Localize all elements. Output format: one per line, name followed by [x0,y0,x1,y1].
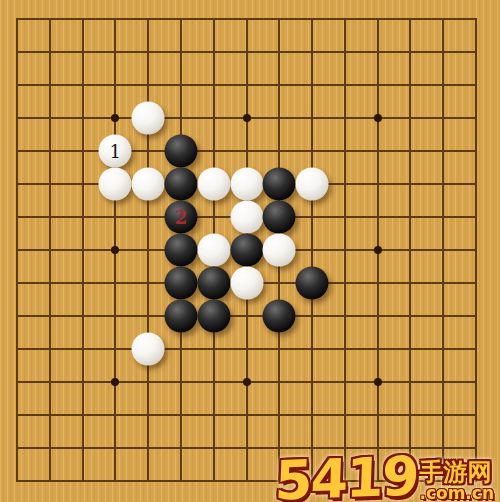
white-stone [132,333,165,366]
grid-line-horizontal [16,348,477,350]
white-stone [230,168,263,201]
star-point [374,246,382,254]
black-stone [197,300,230,333]
star-point [374,114,382,122]
grid-line-horizontal [16,315,477,317]
black-stone [263,201,296,234]
white-stone [99,168,132,201]
black-stone [164,135,197,168]
watermark-site-name: 手游网 [419,460,491,484]
grid-line-vertical [344,18,346,482]
grid-line-vertical [442,18,444,482]
star-point [243,378,251,386]
grid-line-vertical [311,18,313,482]
black-stone [263,300,296,333]
watermark-domain: .com.cn [419,485,494,502]
grid-line-vertical [409,18,411,482]
board-screenshot: 12 5419 手游网 .com.cn [0,0,500,502]
grid-line-horizontal [16,414,477,416]
white-stone [132,102,165,135]
black-stone [164,168,197,201]
black-stone: 2 [164,201,197,234]
star-point [111,378,119,386]
black-stone [263,168,296,201]
star-point [111,246,119,254]
star-point [111,114,119,122]
black-stone [164,234,197,267]
move-number-label: 2 [175,208,188,226]
white-stone: 1 [99,135,132,168]
black-stone [230,234,263,267]
black-stone [197,267,230,300]
black-stone [164,267,197,300]
white-stone [296,168,329,201]
white-stone [230,267,263,300]
grid-line-vertical [475,18,477,482]
watermark-logo: 5419 手游网 .com.cn [275,456,494,502]
white-stone [197,234,230,267]
star-point [243,114,251,122]
white-stone [263,234,296,267]
star-point [374,378,382,386]
white-stone [230,201,263,234]
black-stone [296,267,329,300]
watermark-text-block: 手游网 .com.cn [419,460,494,502]
watermark-brand-number: 5419 [274,453,418,502]
move-number-label: 1 [110,142,121,160]
white-stone [132,168,165,201]
white-stone [197,168,230,201]
black-stone [164,300,197,333]
